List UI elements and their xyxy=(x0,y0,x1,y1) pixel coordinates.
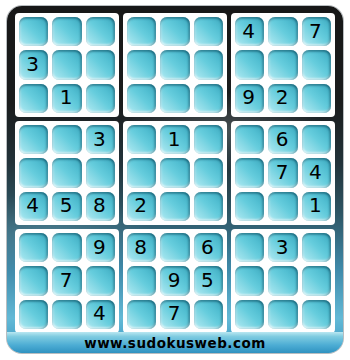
cell-r9c6[interactable] xyxy=(194,300,223,329)
sudoku-board-frame: 3147923458126741974869573 www.sudokusweb… xyxy=(7,6,343,353)
cell-r2c9[interactable] xyxy=(302,50,331,79)
cell-r7c2[interactable] xyxy=(52,233,81,262)
cell-r9c9[interactable] xyxy=(302,300,331,329)
cell-r4c8[interactable]: 6 xyxy=(268,125,297,154)
cell-r2c8[interactable] xyxy=(268,50,297,79)
given-digit: 7 xyxy=(276,162,289,182)
cell-r5c1[interactable] xyxy=(19,158,48,187)
cell-r4c3[interactable]: 3 xyxy=(86,125,115,154)
cell-r1c3[interactable] xyxy=(86,17,115,46)
cell-r6c2[interactable]: 5 xyxy=(52,192,81,221)
cell-r9c4[interactable] xyxy=(127,300,156,329)
cell-r3c6[interactable] xyxy=(194,84,223,113)
box-2 xyxy=(123,13,227,117)
cell-r8c8[interactable] xyxy=(268,266,297,295)
cell-r3c9[interactable] xyxy=(302,84,331,113)
cell-r1c6[interactable] xyxy=(194,17,223,46)
box-9: 3 xyxy=(231,229,335,333)
cell-r4c9[interactable] xyxy=(302,125,331,154)
given-digit: 8 xyxy=(134,237,147,257)
cell-r1c2[interactable] xyxy=(52,17,81,46)
cell-r7c3[interactable]: 9 xyxy=(86,233,115,262)
cell-r6c6[interactable] xyxy=(194,192,223,221)
cell-r8c9[interactable] xyxy=(302,266,331,295)
cell-r3c2[interactable]: 1 xyxy=(52,84,81,113)
cell-r8c1[interactable] xyxy=(19,266,48,295)
cell-r3c4[interactable] xyxy=(127,84,156,113)
cell-r3c8[interactable]: 2 xyxy=(268,84,297,113)
cell-r4c6[interactable] xyxy=(194,125,223,154)
cell-r1c8[interactable] xyxy=(268,17,297,46)
cell-r5c4[interactable] xyxy=(127,158,156,187)
cell-r7c7[interactable] xyxy=(235,233,264,262)
cell-r6c1[interactable]: 4 xyxy=(19,192,48,221)
given-digit: 3 xyxy=(26,54,39,74)
given-digit: 9 xyxy=(242,87,255,107)
given-digit: 9 xyxy=(93,237,106,257)
cell-r5c2[interactable] xyxy=(52,158,81,187)
box-4: 3458 xyxy=(15,121,119,225)
cell-r5c3[interactable] xyxy=(86,158,115,187)
cell-r5c9[interactable]: 4 xyxy=(302,158,331,187)
cell-r2c2[interactable] xyxy=(52,50,81,79)
box-8: 86957 xyxy=(123,229,227,333)
cell-r9c2[interactable] xyxy=(52,300,81,329)
cell-r8c7[interactable] xyxy=(235,266,264,295)
cell-r6c7[interactable] xyxy=(235,192,264,221)
cell-r3c5[interactable] xyxy=(160,84,189,113)
given-digit: 4 xyxy=(93,303,106,323)
given-digit: 4 xyxy=(309,162,322,182)
cell-r5c7[interactable] xyxy=(235,158,264,187)
given-digit: 9 xyxy=(168,270,181,290)
given-digit: 4 xyxy=(26,195,39,215)
footer-bar: www.sudokusweb.com xyxy=(7,332,343,353)
cell-r2c5[interactable] xyxy=(160,50,189,79)
cell-r5c8[interactable]: 7 xyxy=(268,158,297,187)
cell-r8c2[interactable]: 7 xyxy=(52,266,81,295)
box-1: 31 xyxy=(15,13,119,117)
cell-r4c5[interactable]: 1 xyxy=(160,125,189,154)
cell-r2c1[interactable]: 3 xyxy=(19,50,48,79)
cell-r2c3[interactable] xyxy=(86,50,115,79)
cell-r7c9[interactable] xyxy=(302,233,331,262)
cell-r7c8[interactable]: 3 xyxy=(268,233,297,262)
cell-r1c5[interactable] xyxy=(160,17,189,46)
cell-r1c1[interactable] xyxy=(19,17,48,46)
given-digit: 1 xyxy=(60,87,73,107)
cell-r7c5[interactable] xyxy=(160,233,189,262)
cell-r4c7[interactable] xyxy=(235,125,264,154)
boxes-grid: 3147923458126741974869573 xyxy=(15,13,335,333)
website-url[interactable]: www.sudokusweb.com xyxy=(84,335,266,351)
box-3: 4792 xyxy=(231,13,335,117)
given-digit: 7 xyxy=(309,21,322,41)
given-digit: 7 xyxy=(60,270,73,290)
cell-r3c7[interactable]: 9 xyxy=(235,84,264,113)
cell-r8c4[interactable] xyxy=(127,266,156,295)
given-digit: 5 xyxy=(201,270,214,290)
given-digit: 1 xyxy=(309,195,322,215)
cell-r4c2[interactable] xyxy=(52,125,81,154)
cell-r8c5[interactable]: 9 xyxy=(160,266,189,295)
cell-r5c6[interactable] xyxy=(194,158,223,187)
cell-r1c7[interactable]: 4 xyxy=(235,17,264,46)
cell-r8c3[interactable] xyxy=(86,266,115,295)
cell-r8c6[interactable]: 5 xyxy=(194,266,223,295)
given-digit: 6 xyxy=(201,237,214,257)
given-digit: 2 xyxy=(134,195,147,215)
cell-r9c1[interactable] xyxy=(19,300,48,329)
cell-r9c7[interactable] xyxy=(235,300,264,329)
box-7: 974 xyxy=(15,229,119,333)
given-digit: 3 xyxy=(93,129,106,149)
cell-r7c4[interactable]: 8 xyxy=(127,233,156,262)
cell-r6c5[interactable] xyxy=(160,192,189,221)
cell-r6c9[interactable]: 1 xyxy=(302,192,331,221)
cell-r3c3[interactable] xyxy=(86,84,115,113)
given-digit: 1 xyxy=(168,129,181,149)
cell-r4c1[interactable] xyxy=(19,125,48,154)
cell-r6c8[interactable] xyxy=(268,192,297,221)
cell-r4c4[interactable] xyxy=(127,125,156,154)
cell-r2c4[interactable] xyxy=(127,50,156,79)
given-digit: 8 xyxy=(93,195,106,215)
cell-r9c5[interactable]: 7 xyxy=(160,300,189,329)
cell-r9c8[interactable] xyxy=(268,300,297,329)
given-digit: 4 xyxy=(242,21,255,41)
given-digit: 3 xyxy=(276,237,289,257)
cell-r3c1[interactable] xyxy=(19,84,48,113)
box-6: 6741 xyxy=(231,121,335,225)
cell-r7c6[interactable]: 6 xyxy=(194,233,223,262)
cell-r6c4[interactable]: 2 xyxy=(127,192,156,221)
cell-r2c6[interactable] xyxy=(194,50,223,79)
given-digit: 7 xyxy=(168,303,181,323)
cell-r5c5[interactable] xyxy=(160,158,189,187)
given-digit: 5 xyxy=(60,195,73,215)
cell-r9c3[interactable]: 4 xyxy=(86,300,115,329)
page: 3147923458126741974869573 www.sudokusweb… xyxy=(0,0,350,360)
cell-r6c3[interactable]: 8 xyxy=(86,192,115,221)
cell-r1c4[interactable] xyxy=(127,17,156,46)
cell-r7c1[interactable] xyxy=(19,233,48,262)
given-digit: 6 xyxy=(276,129,289,149)
cell-r2c7[interactable] xyxy=(235,50,264,79)
box-5: 12 xyxy=(123,121,227,225)
given-digit: 2 xyxy=(276,87,289,107)
cell-r1c9[interactable]: 7 xyxy=(302,17,331,46)
